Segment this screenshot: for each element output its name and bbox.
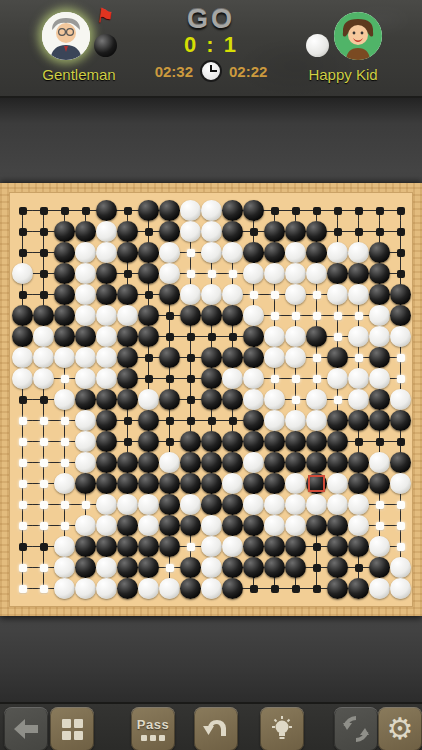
board-point[interactable]	[33, 410, 54, 431]
board-point[interactable]	[12, 389, 33, 410]
board-point[interactable]	[159, 200, 180, 221]
board-point[interactable]	[54, 389, 75, 410]
board-point[interactable]	[243, 368, 264, 389]
board-point[interactable]	[201, 452, 222, 473]
board-point[interactable]	[75, 515, 96, 536]
board-point[interactable]	[180, 326, 201, 347]
board-point[interactable]	[96, 557, 117, 578]
board-point[interactable]	[96, 452, 117, 473]
board-point[interactable]	[327, 557, 348, 578]
board-point[interactable]	[348, 200, 369, 221]
board-point[interactable]	[390, 389, 411, 410]
board-point[interactable]	[159, 263, 180, 284]
board-point[interactable]	[12, 347, 33, 368]
board-point[interactable]	[159, 326, 180, 347]
board-point[interactable]	[285, 389, 306, 410]
board-point[interactable]	[138, 473, 159, 494]
board-point[interactable]	[327, 368, 348, 389]
board-point[interactable]	[75, 494, 96, 515]
board-point[interactable]	[96, 284, 117, 305]
board-point[interactable]	[201, 515, 222, 536]
board-point[interactable]	[285, 410, 306, 431]
board-point[interactable]	[117, 473, 138, 494]
board-point[interactable]	[222, 431, 243, 452]
board-point[interactable]	[75, 326, 96, 347]
board-point[interactable]	[348, 431, 369, 452]
board-point[interactable]	[369, 536, 390, 557]
board-point[interactable]	[201, 578, 222, 599]
board-point[interactable]	[390, 557, 411, 578]
board-point[interactable]	[75, 305, 96, 326]
board-point[interactable]	[327, 431, 348, 452]
board-point[interactable]	[390, 494, 411, 515]
board-point[interactable]	[201, 389, 222, 410]
board-point[interactable]	[138, 284, 159, 305]
board-point[interactable]	[327, 494, 348, 515]
board-point[interactable]	[222, 242, 243, 263]
board-point[interactable]	[159, 536, 180, 557]
board-point[interactable]	[12, 431, 33, 452]
board-point[interactable]	[12, 473, 33, 494]
board-point[interactable]	[243, 494, 264, 515]
board-point[interactable]	[75, 431, 96, 452]
board-point[interactable]	[243, 410, 264, 431]
board-point[interactable]	[96, 368, 117, 389]
board-point[interactable]	[33, 347, 54, 368]
board-point[interactable]	[390, 515, 411, 536]
board-point[interactable]	[369, 410, 390, 431]
board-point[interactable]	[306, 347, 327, 368]
board-point[interactable]	[243, 557, 264, 578]
board-point[interactable]	[96, 326, 117, 347]
board-point[interactable]	[54, 326, 75, 347]
board-point[interactable]	[222, 557, 243, 578]
board-point[interactable]	[369, 389, 390, 410]
board-point[interactable]	[138, 347, 159, 368]
go-board-grid[interactable]	[12, 200, 411, 599]
board-point[interactable]	[117, 431, 138, 452]
board-point[interactable]	[390, 347, 411, 368]
board-point[interactable]	[12, 284, 33, 305]
board-point[interactable]	[201, 221, 222, 242]
board-point[interactable]	[96, 473, 117, 494]
board-point[interactable]	[264, 347, 285, 368]
board-point[interactable]	[327, 410, 348, 431]
board-point[interactable]	[117, 326, 138, 347]
board-point[interactable]	[222, 452, 243, 473]
board-point[interactable]	[348, 494, 369, 515]
board-point[interactable]	[138, 431, 159, 452]
board-point[interactable]	[348, 515, 369, 536]
board-point[interactable]	[117, 242, 138, 263]
board-point[interactable]	[327, 536, 348, 557]
board-point[interactable]	[12, 557, 33, 578]
board-point[interactable]	[285, 578, 306, 599]
board-point[interactable]	[369, 557, 390, 578]
board-point[interactable]	[285, 431, 306, 452]
board-point[interactable]	[201, 284, 222, 305]
board-point[interactable]	[348, 536, 369, 557]
board-point[interactable]	[33, 200, 54, 221]
board-point[interactable]	[159, 557, 180, 578]
board-point[interactable]	[369, 284, 390, 305]
board-point[interactable]	[96, 347, 117, 368]
back-button[interactable]	[4, 707, 48, 750]
board-point[interactable]	[117, 263, 138, 284]
board-point[interactable]	[180, 305, 201, 326]
board-point[interactable]	[369, 221, 390, 242]
board-point[interactable]	[306, 536, 327, 557]
board-point[interactable]	[138, 494, 159, 515]
board-point[interactable]	[159, 368, 180, 389]
board-point[interactable]	[138, 326, 159, 347]
board-point[interactable]	[75, 221, 96, 242]
board-point[interactable]	[138, 221, 159, 242]
board-point[interactable]	[201, 431, 222, 452]
board-point[interactable]	[369, 326, 390, 347]
board-point[interactable]	[12, 221, 33, 242]
board-point[interactable]	[390, 368, 411, 389]
board-point[interactable]	[264, 515, 285, 536]
board-point[interactable]	[96, 515, 117, 536]
board-point[interactable]	[222, 326, 243, 347]
board-point[interactable]	[264, 578, 285, 599]
board-point[interactable]	[306, 368, 327, 389]
board-point[interactable]	[54, 221, 75, 242]
board-point[interactable]	[390, 221, 411, 242]
board-point[interactable]	[222, 221, 243, 242]
board-point[interactable]	[96, 536, 117, 557]
board-point[interactable]	[264, 431, 285, 452]
board-point[interactable]	[369, 242, 390, 263]
board-point[interactable]	[54, 305, 75, 326]
board-point[interactable]	[138, 389, 159, 410]
board-point[interactable]	[264, 242, 285, 263]
board-point[interactable]	[369, 263, 390, 284]
board-point[interactable]	[285, 473, 306, 494]
board-point[interactable]	[222, 200, 243, 221]
board-point[interactable]	[306, 305, 327, 326]
board-point[interactable]	[327, 452, 348, 473]
black-player-avatar[interactable]	[42, 12, 90, 60]
board-point[interactable]	[222, 473, 243, 494]
board-point[interactable]	[117, 557, 138, 578]
board-point[interactable]	[201, 494, 222, 515]
board-point[interactable]	[348, 578, 369, 599]
board-point[interactable]	[243, 431, 264, 452]
board-point[interactable]	[348, 263, 369, 284]
board-point[interactable]	[96, 494, 117, 515]
board-point[interactable]	[159, 410, 180, 431]
board-point[interactable]	[369, 200, 390, 221]
board-point[interactable]	[285, 305, 306, 326]
board-point[interactable]	[222, 305, 243, 326]
board-point[interactable]	[54, 431, 75, 452]
board-point[interactable]	[264, 368, 285, 389]
board-point[interactable]	[390, 284, 411, 305]
board-point[interactable]	[33, 473, 54, 494]
board-point[interactable]	[306, 389, 327, 410]
board-point[interactable]	[180, 410, 201, 431]
board-point[interactable]	[117, 305, 138, 326]
board-point[interactable]	[12, 368, 33, 389]
board-point[interactable]	[96, 200, 117, 221]
board-point[interactable]	[306, 557, 327, 578]
board-point[interactable]	[54, 347, 75, 368]
board-point[interactable]	[369, 431, 390, 452]
board-point[interactable]	[75, 284, 96, 305]
board-point[interactable]	[159, 452, 180, 473]
board-point[interactable]	[369, 347, 390, 368]
board-point[interactable]	[180, 368, 201, 389]
board-point[interactable]	[243, 473, 264, 494]
undo-button[interactable]	[194, 707, 238, 750]
board-point[interactable]	[285, 284, 306, 305]
board-point[interactable]	[138, 452, 159, 473]
board-point[interactable]	[33, 389, 54, 410]
board-point[interactable]	[201, 263, 222, 284]
board-point[interactable]	[369, 368, 390, 389]
board-point[interactable]	[243, 536, 264, 557]
board-point[interactable]	[243, 242, 264, 263]
board-point[interactable]	[54, 263, 75, 284]
board-point[interactable]	[138, 242, 159, 263]
board-point[interactable]	[54, 410, 75, 431]
board-point[interactable]	[306, 515, 327, 536]
board-point[interactable]	[264, 221, 285, 242]
board-point[interactable]	[390, 452, 411, 473]
board-point[interactable]	[180, 494, 201, 515]
board-point[interactable]	[201, 536, 222, 557]
board-point[interactable]	[348, 557, 369, 578]
board-point[interactable]	[75, 410, 96, 431]
board-point[interactable]	[390, 242, 411, 263]
board-point[interactable]	[117, 284, 138, 305]
board-point[interactable]	[201, 473, 222, 494]
board-point[interactable]	[201, 347, 222, 368]
board-point[interactable]	[12, 515, 33, 536]
board-point[interactable]	[285, 368, 306, 389]
board-point[interactable]	[264, 200, 285, 221]
board-point[interactable]	[54, 368, 75, 389]
board-point[interactable]	[159, 473, 180, 494]
board-point[interactable]	[33, 578, 54, 599]
board-point[interactable]	[348, 452, 369, 473]
board-point[interactable]	[306, 452, 327, 473]
board-point[interactable]	[390, 326, 411, 347]
board-point[interactable]	[117, 200, 138, 221]
board-point[interactable]	[138, 557, 159, 578]
board-point[interactable]	[54, 494, 75, 515]
board-point[interactable]	[117, 347, 138, 368]
board-point[interactable]	[348, 326, 369, 347]
board-point[interactable]	[54, 200, 75, 221]
board-point[interactable]	[12, 494, 33, 515]
board-point[interactable]	[327, 284, 348, 305]
board-point[interactable]	[264, 326, 285, 347]
board-point[interactable]	[138, 305, 159, 326]
board-point[interactable]	[117, 536, 138, 557]
board-point[interactable]	[222, 263, 243, 284]
board-point[interactable]	[138, 200, 159, 221]
board-point[interactable]	[327, 515, 348, 536]
board-point[interactable]	[201, 200, 222, 221]
board-point[interactable]	[159, 389, 180, 410]
board-point[interactable]	[75, 368, 96, 389]
board-point[interactable]	[201, 326, 222, 347]
board-point[interactable]	[390, 263, 411, 284]
board-point[interactable]	[327, 263, 348, 284]
board-point[interactable]	[306, 410, 327, 431]
board-point[interactable]	[306, 473, 327, 494]
board-point[interactable]	[12, 200, 33, 221]
board-point[interactable]	[75, 452, 96, 473]
board-point[interactable]	[96, 263, 117, 284]
board-point[interactable]	[390, 578, 411, 599]
board-point[interactable]	[180, 452, 201, 473]
board-point[interactable]	[285, 494, 306, 515]
board-point[interactable]	[96, 305, 117, 326]
board-point[interactable]	[348, 368, 369, 389]
board-point[interactable]	[33, 557, 54, 578]
board-point[interactable]	[222, 536, 243, 557]
board-point[interactable]	[222, 347, 243, 368]
board-point[interactable]	[138, 515, 159, 536]
board-point[interactable]	[285, 326, 306, 347]
board-point[interactable]	[306, 284, 327, 305]
board-point[interactable]	[201, 305, 222, 326]
board-point[interactable]	[12, 452, 33, 473]
board-point[interactable]	[285, 221, 306, 242]
board-point[interactable]	[390, 536, 411, 557]
board-point[interactable]	[348, 305, 369, 326]
board-point[interactable]	[348, 221, 369, 242]
board-point[interactable]	[159, 431, 180, 452]
board-point[interactable]	[54, 536, 75, 557]
board-point[interactable]	[285, 536, 306, 557]
board-point[interactable]	[75, 389, 96, 410]
board-point[interactable]	[75, 263, 96, 284]
board-point[interactable]	[243, 305, 264, 326]
board-point[interactable]	[327, 578, 348, 599]
board-point[interactable]	[180, 557, 201, 578]
board-point[interactable]	[348, 242, 369, 263]
board-point[interactable]	[33, 263, 54, 284]
board-point[interactable]	[180, 347, 201, 368]
board-point[interactable]	[390, 410, 411, 431]
board-point[interactable]	[180, 284, 201, 305]
board-point[interactable]	[327, 242, 348, 263]
board-point[interactable]	[243, 347, 264, 368]
board-point[interactable]	[96, 242, 117, 263]
board-point[interactable]	[33, 242, 54, 263]
board-point[interactable]	[327, 347, 348, 368]
board-point[interactable]	[222, 494, 243, 515]
board-point[interactable]	[33, 284, 54, 305]
board-point[interactable]	[222, 578, 243, 599]
board-point[interactable]	[348, 347, 369, 368]
board-point[interactable]	[243, 452, 264, 473]
board-point[interactable]	[33, 452, 54, 473]
board-point[interactable]	[180, 431, 201, 452]
board-point[interactable]	[369, 515, 390, 536]
board-point[interactable]	[243, 263, 264, 284]
board-point[interactable]	[243, 389, 264, 410]
board-point[interactable]	[306, 263, 327, 284]
board-point[interactable]	[138, 578, 159, 599]
board-point[interactable]	[327, 305, 348, 326]
board-point[interactable]	[33, 305, 54, 326]
board-point[interactable]	[159, 347, 180, 368]
refresh-button[interactable]	[334, 707, 378, 750]
board-point[interactable]	[222, 368, 243, 389]
board-point[interactable]	[12, 536, 33, 557]
board-point[interactable]	[306, 326, 327, 347]
board-point[interactable]	[264, 494, 285, 515]
board-point[interactable]	[33, 326, 54, 347]
board-point[interactable]	[54, 242, 75, 263]
board-point[interactable]	[369, 494, 390, 515]
hint-button[interactable]	[260, 707, 304, 750]
board-point[interactable]	[369, 452, 390, 473]
board-point[interactable]	[390, 473, 411, 494]
board-point[interactable]	[369, 578, 390, 599]
board-point[interactable]	[243, 326, 264, 347]
board-point[interactable]	[33, 494, 54, 515]
board-point[interactable]	[285, 515, 306, 536]
board-point[interactable]	[117, 368, 138, 389]
board-point[interactable]	[96, 410, 117, 431]
board-point[interactable]	[159, 494, 180, 515]
board-point[interactable]	[264, 284, 285, 305]
board-point[interactable]	[12, 410, 33, 431]
board-point[interactable]	[243, 221, 264, 242]
board-point[interactable]	[33, 515, 54, 536]
board-point[interactable]	[138, 410, 159, 431]
board-point[interactable]	[12, 305, 33, 326]
board-point[interactable]	[306, 431, 327, 452]
board-point[interactable]	[117, 578, 138, 599]
board-point[interactable]	[75, 200, 96, 221]
board-point[interactable]	[159, 242, 180, 263]
board-point[interactable]	[222, 515, 243, 536]
board-point[interactable]	[243, 515, 264, 536]
board-point[interactable]	[54, 578, 75, 599]
board-point[interactable]	[54, 557, 75, 578]
board-point[interactable]	[54, 284, 75, 305]
board-point[interactable]	[201, 242, 222, 263]
board-point[interactable]	[327, 200, 348, 221]
board-point[interactable]	[117, 452, 138, 473]
board-point[interactable]	[327, 473, 348, 494]
board-point[interactable]	[54, 452, 75, 473]
pass-button[interactable]: Pass	[131, 707, 175, 750]
board-point[interactable]	[180, 200, 201, 221]
board-point[interactable]	[33, 431, 54, 452]
board-point[interactable]	[96, 578, 117, 599]
board-point[interactable]	[33, 368, 54, 389]
board-point[interactable]	[75, 347, 96, 368]
board-point[interactable]	[159, 305, 180, 326]
board-point[interactable]	[306, 494, 327, 515]
board-point[interactable]	[180, 242, 201, 263]
board-point[interactable]	[243, 200, 264, 221]
board-point[interactable]	[243, 578, 264, 599]
board-point[interactable]	[348, 284, 369, 305]
board-point[interactable]	[264, 410, 285, 431]
board-point[interactable]	[54, 515, 75, 536]
board-point[interactable]	[201, 557, 222, 578]
